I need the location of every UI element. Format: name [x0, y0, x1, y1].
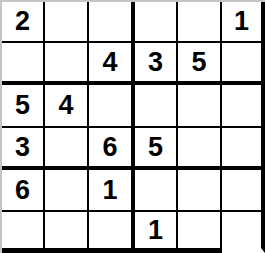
cell-r1c1-given-2[interactable]: 2	[2, 2, 45, 43]
cell-r6c5-empty[interactable]	[178, 212, 222, 253]
cell-r4c1-given-3[interactable]: 3	[2, 128, 45, 170]
cell-r5c6-empty[interactable]	[222, 170, 265, 212]
cell-r5c2-empty[interactable]	[45, 170, 89, 212]
cell-r3c4-empty[interactable]	[135, 85, 178, 128]
cell-r1c4-empty[interactable]	[135, 2, 178, 43]
cell-r4c2-empty[interactable]	[45, 128, 89, 170]
cell-r1c6-given-1[interactable]: 1	[222, 2, 265, 43]
cell-r1c2-empty[interactable]	[45, 2, 89, 43]
cell-r2c3-given-4[interactable]: 4	[89, 43, 135, 85]
cell-r1c3-empty[interactable]	[89, 2, 135, 43]
cell-r6c6-empty[interactable]	[222, 212, 265, 253]
sudoku-board: 2143554365611	[0, 0, 265, 253]
cell-r6c4-given-1[interactable]: 1	[135, 212, 178, 253]
cell-r2c5-given-5[interactable]: 5	[178, 43, 222, 85]
cell-r1c5-empty[interactable]	[178, 2, 222, 43]
cell-r3c5-empty[interactable]	[178, 85, 222, 128]
cell-r4c5-empty[interactable]	[178, 128, 222, 170]
cell-r6c3-empty[interactable]	[89, 212, 135, 253]
cell-r3c3-empty[interactable]	[89, 85, 135, 128]
cell-r4c4-given-5[interactable]: 5	[135, 128, 178, 170]
cell-r2c2-empty[interactable]	[45, 43, 89, 85]
cell-r6c1-empty[interactable]	[2, 212, 45, 253]
cell-r5c4-empty[interactable]	[135, 170, 178, 212]
cell-r6c2-empty[interactable]	[45, 212, 89, 253]
cell-r5c5-empty[interactable]	[178, 170, 222, 212]
cell-r3c2-given-4[interactable]: 4	[45, 85, 89, 128]
cell-r5c3-given-1[interactable]: 1	[89, 170, 135, 212]
cell-r5c1-given-6[interactable]: 6	[2, 170, 45, 212]
cell-r4c3-given-6[interactable]: 6	[89, 128, 135, 170]
cell-r3c6-empty[interactable]	[222, 85, 265, 128]
cell-r3c1-given-5[interactable]: 5	[2, 85, 45, 128]
cell-r2c1-empty[interactable]	[2, 43, 45, 85]
cell-r2c6-empty[interactable]	[222, 43, 265, 85]
cell-r4c6-empty[interactable]	[222, 128, 265, 170]
cell-r2c4-given-3[interactable]: 3	[135, 43, 178, 85]
